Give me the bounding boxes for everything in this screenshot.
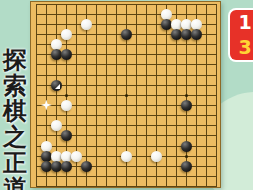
triangle-marker [55, 84, 60, 89]
caption-char: 之 [0, 125, 30, 151]
white-stone [61, 29, 72, 40]
hoshi-dot [65, 94, 68, 97]
caption-char: 道 [0, 176, 30, 190]
white-stone [161, 9, 172, 20]
grid-line [36, 186, 217, 187]
black-stone [61, 161, 72, 172]
caption-char: 棋 [0, 99, 30, 125]
black-stone [121, 29, 132, 40]
badge-number-top: 1 [238, 13, 251, 32]
grid-line [136, 4, 137, 188]
black-stone [61, 49, 72, 60]
white-stone [51, 120, 62, 131]
black-stone [81, 161, 92, 172]
grid-line [206, 4, 207, 188]
hoshi-dot [125, 94, 128, 97]
white-stone [41, 141, 52, 152]
grid-line [36, 176, 217, 177]
caption-char: 探 [0, 48, 30, 74]
white-stone [61, 100, 72, 111]
grid-line [36, 125, 217, 126]
caption-char: 索 [0, 74, 30, 100]
badge-number-bottom: 3 [238, 38, 251, 57]
hoshi-dot [185, 155, 188, 158]
caption-char: 正 [0, 151, 30, 177]
black-stone [61, 130, 72, 141]
grid-line [216, 4, 217, 188]
black-stone [181, 141, 192, 152]
white-stone [81, 19, 92, 30]
white-stone [151, 151, 162, 162]
grid-line [146, 4, 147, 188]
black-stone [181, 100, 192, 111]
grid-line [166, 4, 167, 188]
star-marker [41, 100, 52, 111]
grid-line [36, 115, 217, 116]
corner-badge: 1 3 [228, 8, 253, 62]
white-stone [121, 151, 132, 162]
caption-vertical-text: 探 索 棋 之 正 道 [0, 48, 30, 190]
black-stone [181, 161, 192, 172]
hoshi-dot [185, 94, 188, 97]
white-stone [71, 151, 82, 162]
go-board[interactable] [30, 1, 221, 188]
black-stone [191, 29, 202, 40]
